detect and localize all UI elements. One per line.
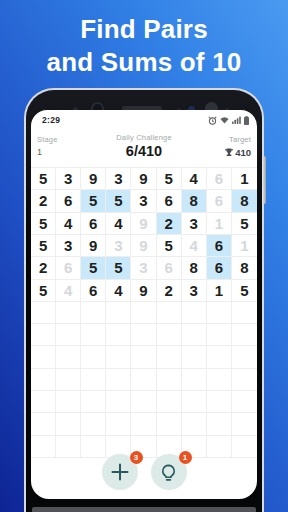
grid-cell[interactable]: 5 — [106, 190, 131, 212]
grid-cell[interactable] — [31, 346, 56, 368]
grid-cell[interactable]: 8 — [182, 257, 207, 279]
app-promo-screenshot: Find Pairs and Sums of 10 2:29 — [0, 0, 288, 512]
grid-cell[interactable] — [207, 413, 232, 435]
wifi-icon — [220, 116, 229, 124]
grid-cell[interactable]: 6 — [56, 190, 81, 212]
challenge-block: Daily Challenge 6/410 — [31, 133, 257, 159]
clock-time: 2:29 — [31, 115, 60, 125]
grid-cell[interactable] — [81, 302, 106, 324]
grid-cell[interactable]: 6 — [207, 257, 232, 279]
grid-cell[interactable] — [131, 413, 156, 435]
grid-cell[interactable]: 4 — [56, 213, 81, 235]
grid-cell[interactable] — [31, 369, 56, 391]
grid-cell[interactable] — [232, 346, 257, 368]
grid-cell[interactable]: 5 — [31, 235, 56, 257]
grid-cell[interactable]: 3 — [56, 235, 81, 257]
target-block: Target 410 — [225, 135, 251, 158]
grid-cell[interactable] — [31, 324, 56, 346]
grid-cell[interactable] — [106, 413, 131, 435]
grid-cell[interactable]: 5 — [232, 280, 257, 302]
grid-cell[interactable] — [81, 413, 106, 435]
grid-cell[interactable]: 1 — [207, 280, 232, 302]
grid-cell[interactable]: 6 — [207, 235, 232, 257]
bulb-icon — [159, 463, 178, 482]
grid-cell[interactable] — [81, 391, 106, 413]
grid-cell[interactable] — [232, 302, 257, 324]
grid-cell[interactable] — [81, 346, 106, 368]
grid-cell[interactable] — [131, 346, 156, 368]
grid-cell[interactable]: 5 — [31, 168, 56, 190]
grid-cell[interactable] — [207, 324, 232, 346]
grid-cell[interactable] — [106, 391, 131, 413]
grid-cell[interactable] — [131, 302, 156, 324]
grid-cell[interactable] — [207, 302, 232, 324]
grid-cell[interactable] — [31, 302, 56, 324]
grid-cell[interactable] — [31, 413, 56, 435]
status-bar: 2:29 — [31, 110, 257, 130]
grid-cell[interactable]: 5 — [157, 235, 182, 257]
grid-cell[interactable] — [56, 413, 81, 435]
grid-cell[interactable]: 9 — [131, 168, 156, 190]
signal-icon — [232, 116, 241, 124]
grid-cell[interactable]: 5 — [232, 213, 257, 235]
promo-title-line1: Find Pairs — [0, 13, 288, 46]
grid-cell[interactable] — [81, 324, 106, 346]
grid-cell[interactable] — [106, 302, 131, 324]
grid-cell[interactable]: 9 — [131, 235, 156, 257]
grid-cell[interactable]: 6 — [207, 168, 232, 190]
grid-cell[interactable]: 3 — [131, 190, 156, 212]
grid-cell[interactable]: 6 — [81, 280, 106, 302]
grid-cell[interactable]: 5 — [106, 257, 131, 279]
grid-cell[interactable]: 6 — [157, 257, 182, 279]
grid-cell[interactable] — [232, 324, 257, 346]
hint-badge: 1 — [179, 451, 192, 464]
grid-cell[interactable]: 5 — [157, 168, 182, 190]
target-value: 410 — [235, 147, 251, 158]
grid-cell[interactable]: 4 — [106, 280, 131, 302]
grid-cell[interactable] — [131, 369, 156, 391]
grid-cell[interactable]: 6 — [56, 257, 81, 279]
target-label: Target — [225, 135, 251, 144]
grid-cell[interactable] — [182, 413, 207, 435]
grid-cell[interactable]: 6 — [157, 190, 182, 212]
grid-cell[interactable]: 2 — [31, 190, 56, 212]
grid-cell[interactable] — [232, 369, 257, 391]
grid-cell[interactable]: 9 — [131, 280, 156, 302]
score-value: 6/410 — [31, 143, 257, 159]
grid-cell[interactable]: 5 — [81, 190, 106, 212]
game-header: Stage 1 Daily Challenge 6/410 Target — [31, 130, 257, 167]
grid-cell[interactable]: 5 — [31, 280, 56, 302]
grid-cell[interactable] — [157, 413, 182, 435]
grid-cell[interactable]: 2 — [157, 213, 182, 235]
grid-cell[interactable]: 3 — [106, 168, 131, 190]
grid-cell[interactable]: 5 — [81, 257, 106, 279]
grid-cell[interactable]: 8 — [232, 257, 257, 279]
promo-title-line2: and Sums of 10 — [0, 46, 288, 79]
phone-screen: 2:29 — [31, 110, 257, 499]
grid-cell[interactable]: 8 — [182, 190, 207, 212]
grid-cell[interactable]: 9 — [131, 213, 156, 235]
grid-cell[interactable] — [157, 369, 182, 391]
grid-cell[interactable]: 3 — [182, 213, 207, 235]
grid-cell[interactable] — [106, 324, 131, 346]
grid-cell[interactable] — [182, 346, 207, 368]
grid-cell[interactable]: 4 — [182, 235, 207, 257]
grid-cell[interactable] — [232, 391, 257, 413]
add-badge: 3 — [130, 451, 143, 464]
grid-cell[interactable]: 6 — [207, 190, 232, 212]
grid-cell[interactable]: 6 — [81, 213, 106, 235]
action-bar: 3 1 — [31, 454, 257, 490]
grid-cell[interactable] — [81, 369, 106, 391]
status-icons — [208, 116, 257, 125]
promo-title: Find Pairs and Sums of 10 — [0, 13, 288, 79]
grid-cell[interactable] — [56, 324, 81, 346]
grid-cell[interactable] — [56, 391, 81, 413]
trophy-icon — [225, 148, 233, 157]
grid-cell[interactable] — [56, 302, 81, 324]
board-grid: 5393954612655368685464923155393954612655… — [31, 167, 257, 458]
grid-cell[interactable]: 3 — [182, 280, 207, 302]
challenge-label: Daily Challenge — [31, 133, 257, 142]
grid-cell[interactable]: 1 — [232, 235, 257, 257]
phone-volume-button — [262, 156, 266, 204]
grid-cell[interactable] — [207, 391, 232, 413]
hint-button[interactable]: 1 — [151, 454, 187, 490]
grid-cell[interactable]: 1 — [207, 213, 232, 235]
grid-cell[interactable]: 3 — [131, 257, 156, 279]
alarm-icon — [208, 116, 217, 125]
grid-cell[interactable] — [106, 369, 131, 391]
grid-cell[interactable] — [106, 346, 131, 368]
grid-cell[interactable] — [131, 324, 156, 346]
grid-cell[interactable]: 8 — [232, 190, 257, 212]
grid-cell[interactable] — [56, 369, 81, 391]
grid-cell[interactable] — [182, 369, 207, 391]
grid-cell[interactable]: 2 — [31, 257, 56, 279]
grid-cell[interactable] — [157, 324, 182, 346]
grid-cell[interactable] — [131, 391, 156, 413]
grid-cell[interactable]: 5 — [31, 213, 56, 235]
grid-cell[interactable]: 4 — [182, 168, 207, 190]
grid-cell[interactable] — [182, 302, 207, 324]
grid-cell[interactable]: 9 — [81, 168, 106, 190]
grid-cell[interactable] — [157, 391, 182, 413]
grid-cell[interactable] — [232, 413, 257, 435]
grid-cell[interactable]: 1 — [232, 168, 257, 190]
grid-cell[interactable] — [182, 324, 207, 346]
battery-icon — [244, 116, 249, 125]
grid-cell[interactable] — [56, 346, 81, 368]
grid-cell[interactable] — [207, 346, 232, 368]
grid-cell[interactable] — [157, 302, 182, 324]
plus-icon — [110, 462, 130, 482]
add-numbers-button[interactable]: 3 — [102, 454, 138, 490]
grid-cell[interactable]: 9 — [81, 235, 106, 257]
grid-cell[interactable] — [31, 391, 56, 413]
phone-frame: 2:29 — [24, 88, 264, 512]
phone-bottom-bezel-highlight — [32, 507, 256, 512]
grid-cell[interactable]: 3 — [106, 235, 131, 257]
grid-cell[interactable]: 4 — [106, 213, 131, 235]
grid-cell[interactable]: 4 — [56, 280, 81, 302]
grid-cell[interactable] — [157, 346, 182, 368]
grid-cell[interactable] — [207, 369, 232, 391]
grid-cell[interactable]: 3 — [56, 168, 81, 190]
grid-cell[interactable] — [182, 391, 207, 413]
grid-cell[interactable]: 2 — [157, 280, 182, 302]
